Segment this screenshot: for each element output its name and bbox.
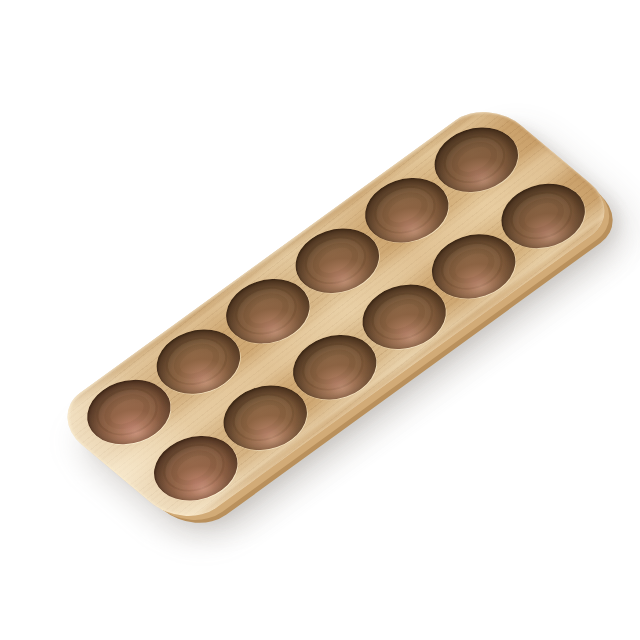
mancala-board (48, 97, 624, 531)
product-photo-scene (0, 0, 640, 640)
pit-grid (48, 97, 624, 531)
